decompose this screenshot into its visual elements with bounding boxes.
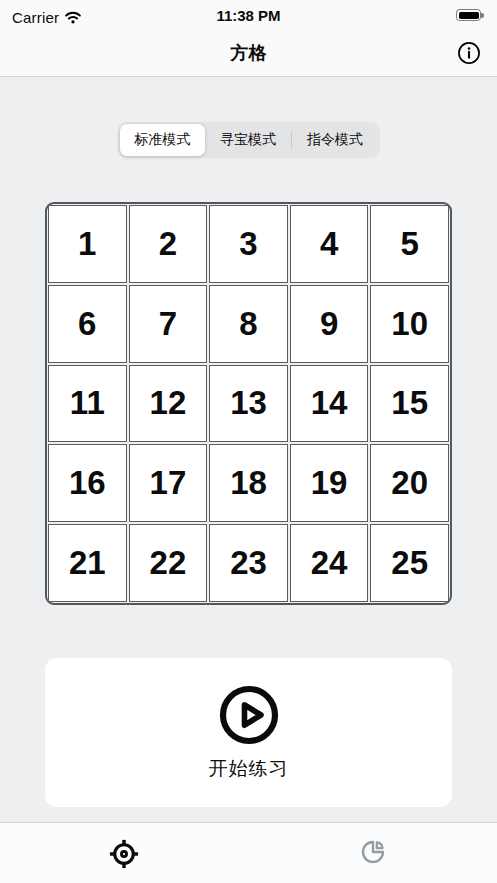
status-bar: Carrier 11:38 PM bbox=[0, 0, 497, 30]
grid-cell[interactable]: 21 bbox=[48, 524, 127, 602]
grid-cell[interactable]: 9 bbox=[290, 285, 369, 363]
battery-fill bbox=[459, 12, 479, 19]
info-circle-icon bbox=[456, 40, 482, 66]
top-chrome: Carrier 11:38 PM 方格 bbox=[0, 0, 497, 77]
grid-cell[interactable]: 5 bbox=[370, 205, 449, 283]
tab-bar bbox=[0, 822, 497, 883]
pie-chart-icon bbox=[357, 836, 389, 868]
carrier-area: Carrier bbox=[12, 5, 82, 26]
grid-cell[interactable]: 16 bbox=[48, 444, 127, 522]
grid-cell[interactable]: 11 bbox=[48, 365, 127, 443]
grid-cell[interactable]: 2 bbox=[129, 205, 208, 283]
grid-cell[interactable]: 13 bbox=[209, 365, 288, 443]
grid-cell[interactable]: 17 bbox=[129, 444, 208, 522]
grid-cell[interactable]: 18 bbox=[209, 444, 288, 522]
mode-segmented-control: 标准模式 寻宝模式 指令模式 bbox=[118, 122, 380, 158]
grid-cell[interactable]: 1 bbox=[48, 205, 127, 283]
grid-cell[interactable]: 12 bbox=[129, 365, 208, 443]
play-circle-icon bbox=[217, 683, 281, 747]
grid-cell[interactable]: 3 bbox=[209, 205, 288, 283]
grid-cell[interactable]: 15 bbox=[370, 365, 449, 443]
carrier-label: Carrier bbox=[12, 9, 59, 26]
page-title: 方格 bbox=[0, 41, 497, 65]
grid-cell[interactable]: 23 bbox=[209, 524, 288, 602]
wifi-icon bbox=[64, 10, 82, 24]
grid-cell[interactable]: 19 bbox=[290, 444, 369, 522]
grid-cell[interactable]: 10 bbox=[370, 285, 449, 363]
crosshair-target-icon bbox=[106, 836, 142, 872]
grid-cell[interactable]: 14 bbox=[290, 365, 369, 443]
start-practice-label: 开始练习 bbox=[209, 756, 289, 782]
nav-bar: 方格 bbox=[0, 30, 497, 76]
grid-cell[interactable]: 20 bbox=[370, 444, 449, 522]
grid-cell[interactable]: 6 bbox=[48, 285, 127, 363]
segment-standard-mode[interactable]: 标准模式 bbox=[120, 124, 206, 156]
battery-cap bbox=[481, 13, 483, 18]
grid-cell[interactable]: 7 bbox=[129, 285, 208, 363]
battery-icon bbox=[456, 9, 481, 21]
grid-cell[interactable]: 22 bbox=[129, 524, 208, 602]
start-practice-button[interactable]: 开始练习 bbox=[45, 658, 452, 807]
schulte-grid: 1 2 3 4 5 6 7 8 9 10 11 12 13 14 15 16 1… bbox=[45, 202, 452, 605]
segment-treasure-mode[interactable]: 寻宝模式 bbox=[205, 124, 291, 156]
grid-cell[interactable]: 4 bbox=[290, 205, 369, 283]
segment-command-mode[interactable]: 指令模式 bbox=[292, 124, 378, 156]
grid-cell[interactable]: 25 bbox=[370, 524, 449, 602]
tab-practice[interactable] bbox=[0, 823, 249, 883]
status-time: 11:38 PM bbox=[216, 7, 280, 24]
grid-cell[interactable]: 8 bbox=[209, 285, 288, 363]
info-button[interactable] bbox=[456, 40, 482, 66]
grid-cell[interactable]: 24 bbox=[290, 524, 369, 602]
tab-statistics[interactable] bbox=[249, 823, 497, 883]
